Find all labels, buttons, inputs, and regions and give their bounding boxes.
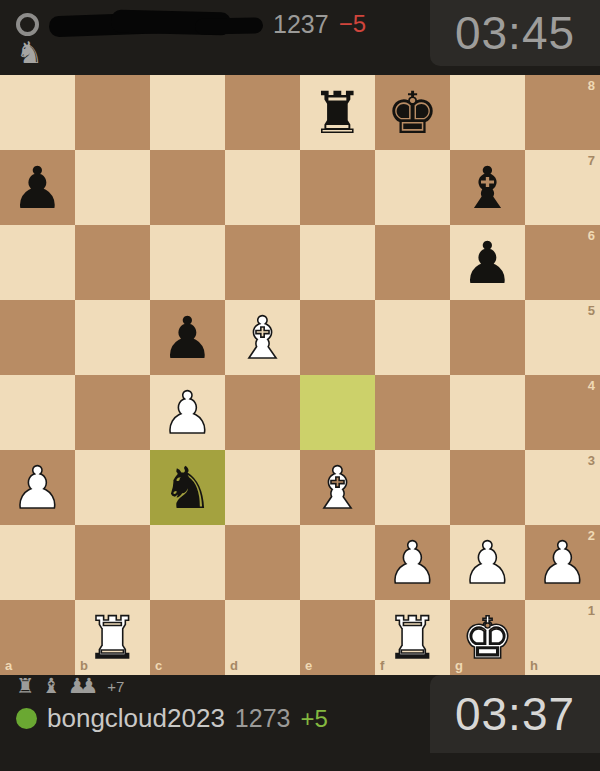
square-g7[interactable]: ♝ [450, 150, 525, 225]
square-f4[interactable] [375, 375, 450, 450]
square-e7[interactable] [300, 150, 375, 225]
chess-game-screen: 03:45 1237 −5 ♞ ♜♚8♟♝7♟6♟♝5♟4♟♞♝3♟♟2♟ab♜… [0, 0, 600, 771]
square-h3[interactable]: 3 [525, 450, 600, 525]
coord-rank-1: 1 [588, 604, 595, 617]
square-c1[interactable]: c [150, 600, 225, 675]
square-a1[interactable]: a [0, 600, 75, 675]
square-f6[interactable] [375, 225, 450, 300]
square-a2[interactable] [0, 525, 75, 600]
square-d6[interactable] [225, 225, 300, 300]
bottom-player-rating-diff: +5 [300, 705, 327, 733]
square-h7[interactable]: 7 [525, 150, 600, 225]
coord-file-d: d [230, 659, 238, 672]
square-c2[interactable] [150, 525, 225, 600]
captured-piece-icon: ♟♟ [68, 676, 99, 697]
piece-black-pawn-g6[interactable]: ♟ [450, 225, 525, 300]
square-d5[interactable]: ♝ [225, 300, 300, 375]
chess-board[interactable]: ♜♚8♟♝7♟6♟♝5♟4♟♞♝3♟♟2♟ab♜cdef♜g♚1h [0, 75, 600, 675]
bottom-player-clock: 03:37 [430, 675, 600, 753]
square-c8[interactable] [150, 75, 225, 150]
square-e1[interactable]: e [300, 600, 375, 675]
square-e3[interactable]: ♝ [300, 450, 375, 525]
square-b1[interactable]: b♜ [75, 600, 150, 675]
square-d4[interactable] [225, 375, 300, 450]
top-player-bar: 1237 −5 [16, 9, 366, 39]
square-b5[interactable] [75, 300, 150, 375]
coord-rank-7: 7 [588, 154, 595, 167]
square-b3[interactable] [75, 450, 150, 525]
online-status-dot-icon [16, 708, 37, 729]
coord-rank-4: 4 [588, 379, 595, 392]
square-e5[interactable] [300, 300, 375, 375]
square-b6[interactable] [75, 225, 150, 300]
coord-file-a: a [5, 659, 12, 672]
coord-file-c: c [155, 659, 162, 672]
square-e8[interactable]: ♜ [300, 75, 375, 150]
captured-piece-icon: ♞ [16, 38, 43, 68]
square-a5[interactable] [0, 300, 75, 375]
square-g2[interactable]: ♟ [450, 525, 525, 600]
piece-white-king-g1[interactable]: ♚ [450, 600, 525, 675]
offline-status-ring-icon [16, 13, 39, 36]
coord-rank-5: 5 [588, 304, 595, 317]
piece-black-knight-c3[interactable]: ♞ [150, 450, 225, 525]
square-h5[interactable]: 5 [525, 300, 600, 375]
square-f2[interactable]: ♟ [375, 525, 450, 600]
square-c7[interactable] [150, 150, 225, 225]
piece-white-pawn-a3[interactable]: ♟ [0, 450, 75, 525]
piece-white-bishop-e3[interactable]: ♝ [300, 450, 375, 525]
square-c3[interactable]: ♞ [150, 450, 225, 525]
square-d3[interactable] [225, 450, 300, 525]
coord-rank-8: 8 [588, 79, 595, 92]
square-g8[interactable] [450, 75, 525, 150]
bottom-player-bar: bongcloud2023 1273 +5 [16, 703, 328, 734]
square-a3[interactable]: ♟ [0, 450, 75, 525]
bottom-player-rating: 1273 [235, 704, 291, 733]
coord-file-e: e [305, 659, 312, 672]
bottom-player-captured-pieces: ♜♝♟♟+7 [16, 676, 124, 697]
square-b4[interactable] [75, 375, 150, 450]
coord-rank-3: 3 [588, 454, 595, 467]
material-advantage-score: +7 [107, 678, 124, 695]
piece-black-pawn-a7[interactable]: ♟ [0, 150, 75, 225]
piece-white-pawn-h2[interactable]: ♟ [525, 525, 600, 600]
piece-white-pawn-g2[interactable]: ♟ [450, 525, 525, 600]
square-h1[interactable]: 1h [525, 600, 600, 675]
square-h4[interactable]: 4 [525, 375, 600, 450]
coord-file-h: h [530, 659, 538, 672]
square-g6[interactable]: ♟ [450, 225, 525, 300]
piece-black-bishop-g7[interactable]: ♝ [450, 150, 525, 225]
piece-white-pawn-c4[interactable]: ♟ [150, 375, 225, 450]
piece-black-pawn-c5[interactable]: ♟ [150, 300, 225, 375]
square-a6[interactable] [0, 225, 75, 300]
square-h2[interactable]: 2♟ [525, 525, 600, 600]
square-b8[interactable] [75, 75, 150, 150]
square-a7[interactable]: ♟ [0, 150, 75, 225]
square-d8[interactable] [225, 75, 300, 150]
square-e4[interactable] [300, 375, 375, 450]
piece-black-rook-e8[interactable]: ♜ [300, 75, 375, 150]
square-d2[interactable] [225, 525, 300, 600]
captured-piece-icon: ♜ [16, 676, 35, 697]
square-d1[interactable]: d [225, 600, 300, 675]
square-g1[interactable]: g♚ [450, 600, 525, 675]
piece-white-rook-f1[interactable]: ♜ [375, 600, 450, 675]
piece-white-bishop-d5[interactable]: ♝ [225, 300, 300, 375]
square-g3[interactable] [450, 450, 525, 525]
square-b2[interactable] [75, 525, 150, 600]
square-c6[interactable] [150, 225, 225, 300]
square-f5[interactable] [375, 300, 450, 375]
square-f7[interactable] [375, 150, 450, 225]
square-g5[interactable] [450, 300, 525, 375]
square-a8[interactable] [0, 75, 75, 150]
top-player-rating: 1237 [273, 10, 329, 39]
square-b7[interactable] [75, 150, 150, 225]
square-e6[interactable] [300, 225, 375, 300]
square-f8[interactable]: ♚ [375, 75, 450, 150]
square-g4[interactable] [450, 375, 525, 450]
captured-piece-icon: ♝ [42, 676, 61, 697]
square-f3[interactable] [375, 450, 450, 525]
square-a4[interactable] [0, 375, 75, 450]
piece-white-pawn-f2[interactable]: ♟ [375, 525, 450, 600]
square-h6[interactable]: 6 [525, 225, 600, 300]
bottom-player-name: bongcloud2023 [47, 703, 225, 734]
square-d7[interactable] [225, 150, 300, 225]
top-player-rating-diff: −5 [339, 10, 366, 38]
top-player-captured-pieces: ♞ [16, 38, 43, 68]
piece-black-king-f8[interactable]: ♚ [375, 75, 450, 150]
redacted-name-scribble [49, 9, 263, 39]
square-c5[interactable]: ♟ [150, 300, 225, 375]
top-player-clock: 03:45 [430, 0, 600, 66]
square-h8[interactable]: 8 [525, 75, 600, 150]
square-e2[interactable] [300, 525, 375, 600]
piece-white-rook-b1[interactable]: ♜ [75, 600, 150, 675]
square-f1[interactable]: f♜ [375, 600, 450, 675]
square-c4[interactable]: ♟ [150, 375, 225, 450]
coord-rank-6: 6 [588, 229, 595, 242]
